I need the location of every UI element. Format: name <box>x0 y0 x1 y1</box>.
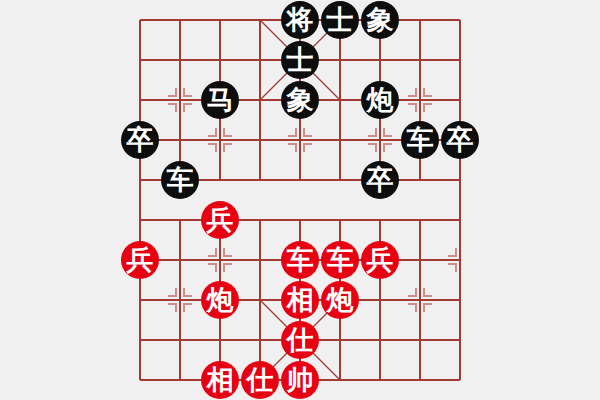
piece-black-advisor[interactable]: 士 <box>281 41 319 79</box>
intersection-c4-r7[interactable]: 相 <box>280 280 320 320</box>
intersection-c5-r3[interactable] <box>320 120 360 160</box>
intersection-c4-r4[interactable] <box>280 160 320 200</box>
intersection-c5-r9[interactable] <box>320 360 360 400</box>
piece-black-horse[interactable]: 马 <box>201 81 239 119</box>
intersection-c1-r1[interactable] <box>160 40 200 80</box>
intersection-c8-r8[interactable] <box>440 320 480 360</box>
intersection-c8-r5[interactable] <box>440 200 480 240</box>
intersection-c2-r8[interactable] <box>200 320 240 360</box>
intersection-c7-r1[interactable] <box>400 40 440 80</box>
intersection-c3-r0[interactable] <box>240 0 280 40</box>
intersection-c8-r0[interactable] <box>440 0 480 40</box>
intersection-c5-r0[interactable]: 士 <box>320 0 360 40</box>
intersection-c1-r3[interactable] <box>160 120 200 160</box>
piece-black-elephant[interactable]: 象 <box>281 81 319 119</box>
intersection-c0-r2[interactable] <box>120 80 160 120</box>
intersection-c0-r1[interactable] <box>120 40 160 80</box>
intersection-c5-r4[interactable] <box>320 160 360 200</box>
intersection-c5-r7[interactable]: 炮 <box>320 280 360 320</box>
piece-red-general[interactable]: 帅 <box>281 361 319 399</box>
piece-red-advisor[interactable]: 仕 <box>241 361 279 399</box>
intersection-c8-r7[interactable] <box>440 280 480 320</box>
intersection-c3-r4[interactable] <box>240 160 280 200</box>
intersection-c1-r4[interactable]: 车 <box>160 160 200 200</box>
piece-black-elephant[interactable]: 象 <box>361 1 399 39</box>
intersection-c7-r7[interactable] <box>400 280 440 320</box>
piece-red-chariot[interactable]: 车 <box>321 241 359 279</box>
intersection-c6-r9[interactable] <box>360 360 400 400</box>
intersection-c6-r3[interactable] <box>360 120 400 160</box>
intersection-c3-r8[interactable] <box>240 320 280 360</box>
intersection-c3-r3[interactable] <box>240 120 280 160</box>
piece-black-chariot[interactable]: 车 <box>161 161 199 199</box>
intersection-c5-r2[interactable] <box>320 80 360 120</box>
intersection-c7-r0[interactable] <box>400 0 440 40</box>
intersection-c6-r5[interactable] <box>360 200 400 240</box>
intersection-c3-r9[interactable]: 仕 <box>240 360 280 400</box>
intersection-c7-r8[interactable] <box>400 320 440 360</box>
intersection-c5-r1[interactable] <box>320 40 360 80</box>
piece-red-elephant[interactable]: 相 <box>281 281 319 319</box>
intersection-c4-r2[interactable]: 象 <box>280 80 320 120</box>
intersection-c0-r0[interactable] <box>120 0 160 40</box>
intersection-c7-r9[interactable] <box>400 360 440 400</box>
intersection-c0-r6[interactable]: 兵 <box>120 240 160 280</box>
intersection-c4-r3[interactable] <box>280 120 320 160</box>
piece-black-soldier[interactable]: 卒 <box>361 161 399 199</box>
intersection-c1-r6[interactable] <box>160 240 200 280</box>
intersection-c3-r2[interactable] <box>240 80 280 120</box>
intersection-c3-r1[interactable] <box>240 40 280 80</box>
intersection-c6-r8[interactable] <box>360 320 400 360</box>
intersection-c7-r6[interactable] <box>400 240 440 280</box>
piece-black-cannon[interactable]: 炮 <box>361 81 399 119</box>
intersection-c6-r7[interactable] <box>360 280 400 320</box>
intersection-c2-r2[interactable]: 马 <box>200 80 240 120</box>
xiangqi-board: 将士象士马象炮卒车卒车卒兵兵车车兵炮相炮仕相仕帅 <box>0 0 600 400</box>
intersection-c1-r5[interactable] <box>160 200 200 240</box>
intersection-c4-r8[interactable]: 仕 <box>280 320 320 360</box>
intersection-c2-r5[interactable]: 兵 <box>200 200 240 240</box>
intersection-c6-r4[interactable]: 卒 <box>360 160 400 200</box>
intersection-c7-r2[interactable] <box>400 80 440 120</box>
intersection-c2-r9[interactable]: 相 <box>200 360 240 400</box>
intersection-c7-r5[interactable] <box>400 200 440 240</box>
intersection-c0-r7[interactable] <box>120 280 160 320</box>
intersection-c8-r3[interactable]: 卒 <box>440 120 480 160</box>
intersection-c4-r6[interactable]: 车 <box>280 240 320 280</box>
intersection-c2-r7[interactable]: 炮 <box>200 280 240 320</box>
intersection-c4-r1[interactable]: 士 <box>280 40 320 80</box>
intersection-c6-r2[interactable]: 炮 <box>360 80 400 120</box>
intersection-c0-r9[interactable] <box>120 360 160 400</box>
intersection-c0-r8[interactable] <box>120 320 160 360</box>
intersection-c4-r0[interactable]: 将 <box>280 0 320 40</box>
intersection-c7-r3[interactable]: 车 <box>400 120 440 160</box>
intersection-c1-r7[interactable] <box>160 280 200 320</box>
intersection-c8-r1[interactable] <box>440 40 480 80</box>
intersection-c8-r6[interactable] <box>440 240 480 280</box>
board-intersections[interactable]: 将士象士马象炮卒车卒车卒兵兵车车兵炮相炮仕相仕帅 <box>120 0 480 400</box>
intersection-c1-r2[interactable] <box>160 80 200 120</box>
intersection-c7-r4[interactable] <box>400 160 440 200</box>
piece-red-cannon[interactable]: 炮 <box>321 281 359 319</box>
piece-black-advisor[interactable]: 士 <box>321 1 359 39</box>
intersection-c0-r4[interactable] <box>120 160 160 200</box>
intersection-c2-r6[interactable] <box>200 240 240 280</box>
intersection-c1-r9[interactable] <box>160 360 200 400</box>
piece-black-chariot[interactable]: 车 <box>401 121 439 159</box>
intersection-c3-r7[interactable] <box>240 280 280 320</box>
piece-red-elephant[interactable]: 相 <box>201 361 239 399</box>
intersection-c3-r6[interactable] <box>240 240 280 280</box>
intersection-c6-r0[interactable]: 象 <box>360 0 400 40</box>
intersection-c2-r1[interactable] <box>200 40 240 80</box>
intersection-c0-r5[interactable] <box>120 200 160 240</box>
intersection-c8-r4[interactable] <box>440 160 480 200</box>
piece-black-general[interactable]: 将 <box>281 1 319 39</box>
piece-black-soldier[interactable]: 卒 <box>441 121 479 159</box>
intersection-c2-r4[interactable] <box>200 160 240 200</box>
intersection-c6-r1[interactable] <box>360 40 400 80</box>
piece-red-chariot[interactable]: 车 <box>281 241 319 279</box>
piece-red-cannon[interactable]: 炮 <box>201 281 239 319</box>
intersection-c8-r2[interactable] <box>440 80 480 120</box>
intersection-c2-r3[interactable] <box>200 120 240 160</box>
intersection-c8-r9[interactable] <box>440 360 480 400</box>
piece-red-soldier[interactable]: 兵 <box>121 241 159 279</box>
intersection-c2-r0[interactable] <box>200 0 240 40</box>
intersection-c1-r8[interactable] <box>160 320 200 360</box>
intersection-c3-r5[interactable] <box>240 200 280 240</box>
piece-black-soldier[interactable]: 卒 <box>121 121 159 159</box>
intersection-c5-r8[interactable] <box>320 320 360 360</box>
intersection-c5-r5[interactable] <box>320 200 360 240</box>
piece-red-soldier[interactable]: 兵 <box>361 241 399 279</box>
intersection-c4-r5[interactable] <box>280 200 320 240</box>
intersection-c4-r9[interactable]: 帅 <box>280 360 320 400</box>
intersection-c5-r6[interactable]: 车 <box>320 240 360 280</box>
piece-red-advisor[interactable]: 仕 <box>281 321 319 359</box>
intersection-c0-r3[interactable]: 卒 <box>120 120 160 160</box>
intersection-c6-r6[interactable]: 兵 <box>360 240 400 280</box>
piece-red-soldier[interactable]: 兵 <box>201 201 239 239</box>
intersection-c1-r0[interactable] <box>160 0 200 40</box>
